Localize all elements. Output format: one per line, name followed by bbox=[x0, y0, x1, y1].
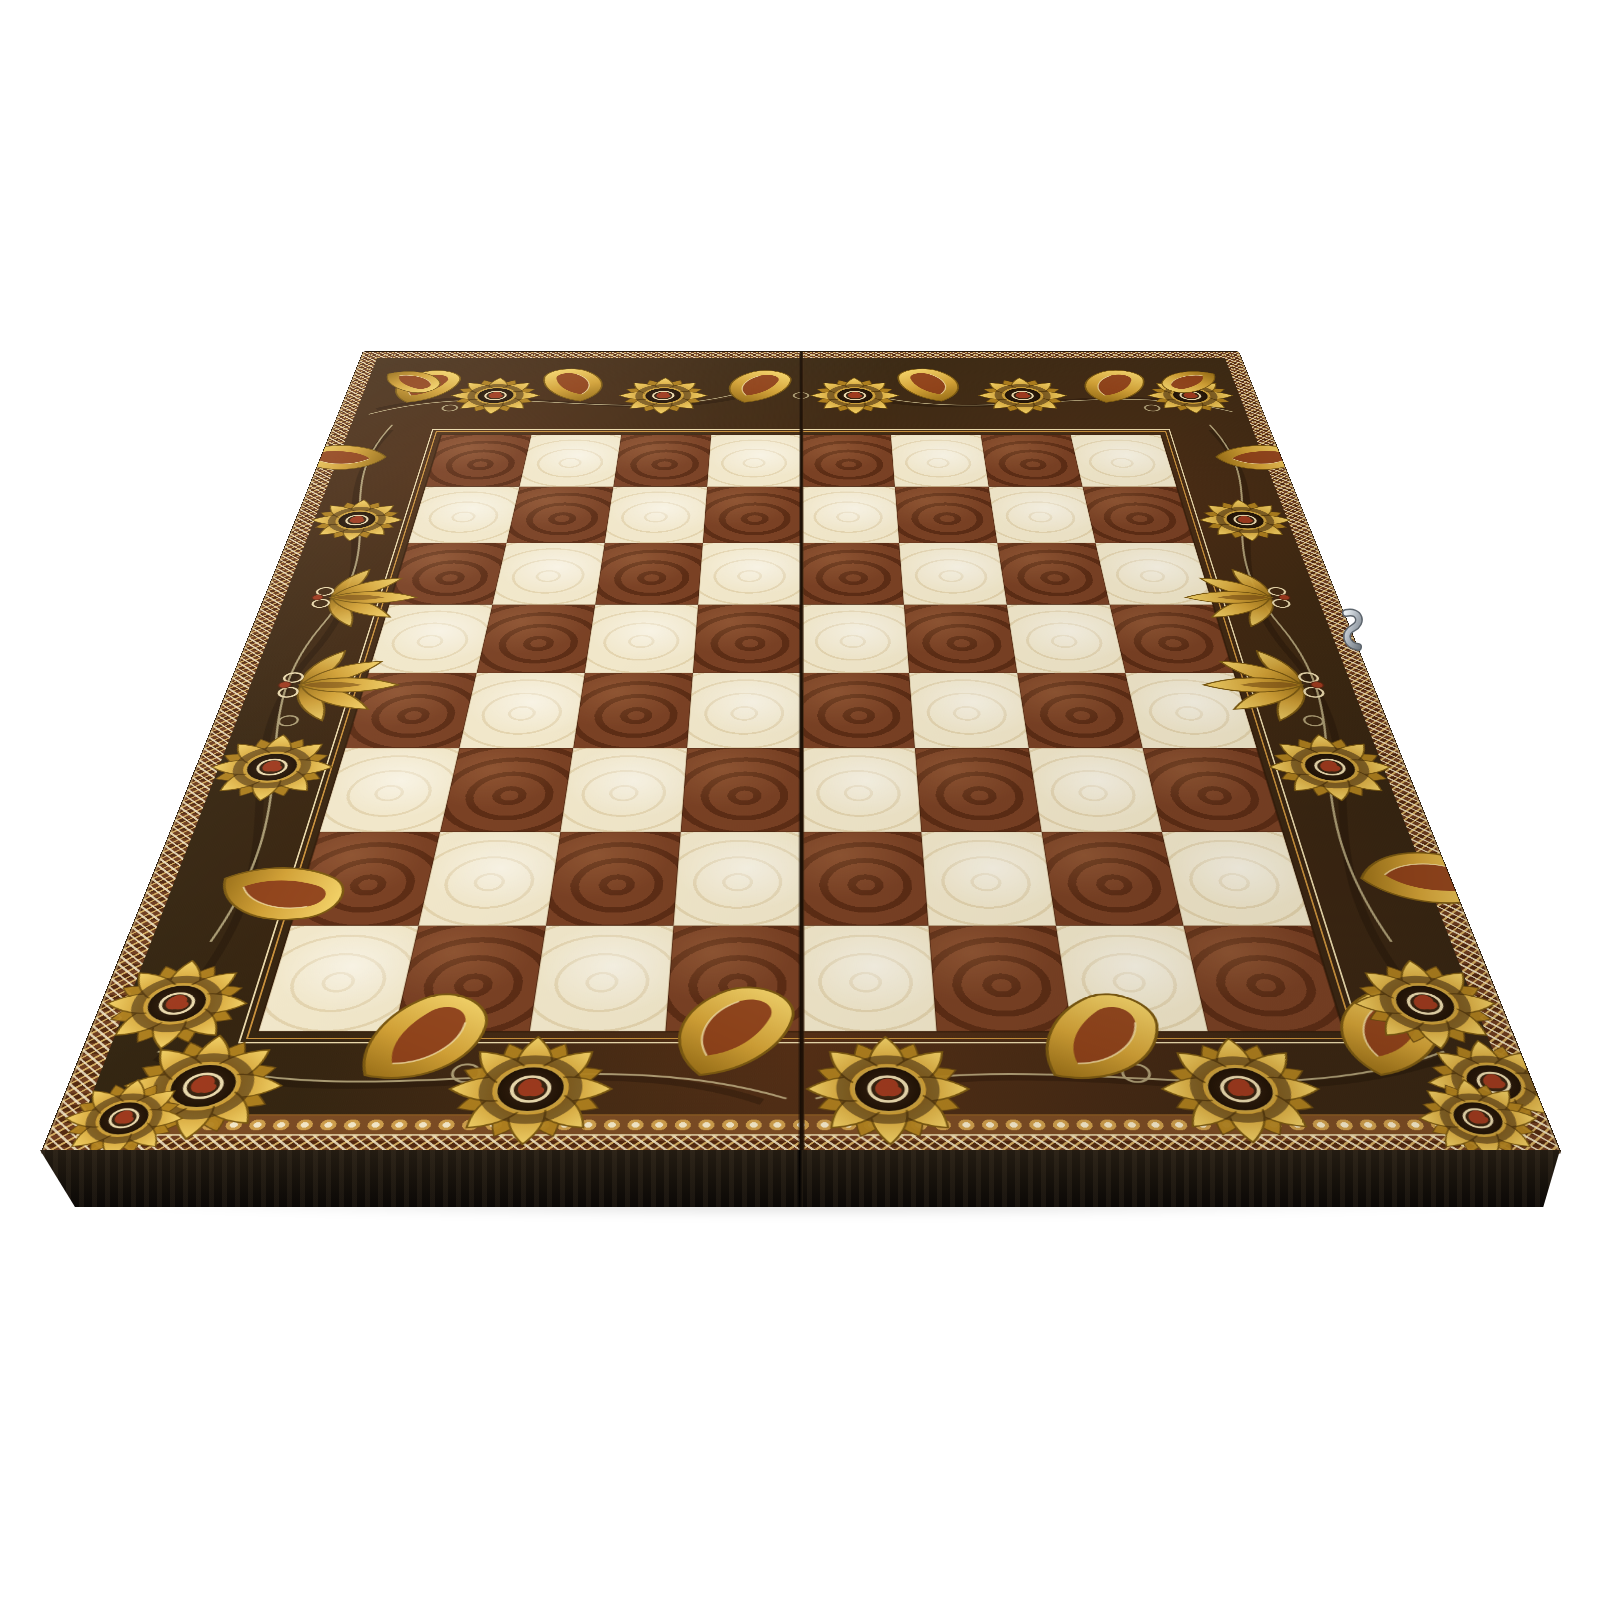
square-d6 bbox=[698, 543, 801, 605]
square-a5 bbox=[369, 605, 493, 673]
square-e3 bbox=[801, 748, 921, 832]
square-e7 bbox=[801, 487, 899, 543]
square-c4 bbox=[573, 673, 693, 748]
square-d2 bbox=[674, 832, 801, 926]
square-g4 bbox=[1017, 673, 1142, 748]
square-c8 bbox=[613, 435, 711, 487]
square-b3 bbox=[440, 748, 573, 832]
square-f3 bbox=[915, 748, 1042, 832]
square-g8 bbox=[981, 435, 1083, 487]
square-e1 bbox=[801, 926, 937, 1032]
square-e6 bbox=[801, 543, 904, 605]
square-d1 bbox=[665, 926, 801, 1032]
square-e2 bbox=[801, 832, 928, 926]
square-c7 bbox=[605, 487, 707, 543]
square-h7 bbox=[1083, 487, 1194, 543]
square-b5 bbox=[477, 605, 596, 673]
square-c1 bbox=[530, 926, 674, 1032]
square-d8 bbox=[707, 435, 801, 487]
square-b7 bbox=[507, 487, 614, 543]
square-b8 bbox=[519, 435, 621, 487]
square-c2 bbox=[546, 832, 681, 926]
square-d3 bbox=[681, 748, 801, 832]
square-f6 bbox=[899, 543, 1007, 605]
photo-background bbox=[0, 0, 1602, 1602]
square-h5 bbox=[1110, 605, 1234, 673]
square-e5 bbox=[801, 605, 909, 673]
square-b1 bbox=[394, 926, 546, 1032]
square-f2 bbox=[921, 832, 1056, 926]
square-f4 bbox=[909, 673, 1029, 748]
square-h8 bbox=[1071, 435, 1177, 487]
square-a3 bbox=[320, 748, 460, 832]
square-d7 bbox=[703, 487, 801, 543]
square-c6 bbox=[595, 543, 703, 605]
square-c3 bbox=[560, 748, 687, 832]
square-f8 bbox=[891, 435, 989, 487]
square-e4 bbox=[801, 673, 915, 748]
square-g3 bbox=[1029, 748, 1162, 832]
square-f5 bbox=[904, 605, 1017, 673]
square-b4 bbox=[459, 673, 584, 748]
square-f1 bbox=[928, 926, 1072, 1032]
square-b6 bbox=[492, 543, 604, 605]
square-a6 bbox=[389, 543, 506, 605]
square-f7 bbox=[895, 487, 997, 543]
square-h4 bbox=[1125, 673, 1256, 748]
square-c5 bbox=[585, 605, 698, 673]
square-d5 bbox=[693, 605, 801, 673]
square-g1 bbox=[1056, 926, 1208, 1032]
board-top-face bbox=[40, 351, 1562, 1154]
square-e8 bbox=[801, 435, 895, 487]
front-fold-seam bbox=[797, 1150, 803, 1207]
square-g6 bbox=[997, 543, 1109, 605]
square-a4 bbox=[346, 673, 477, 748]
square-g7 bbox=[989, 487, 1096, 543]
square-a8 bbox=[426, 435, 532, 487]
square-g5 bbox=[1007, 605, 1126, 673]
latch-icon bbox=[1338, 608, 1366, 656]
square-d4 bbox=[687, 673, 801, 748]
square-a7 bbox=[408, 487, 519, 543]
square-h6 bbox=[1095, 543, 1212, 605]
square-g2 bbox=[1042, 832, 1184, 926]
square-b2 bbox=[419, 832, 561, 926]
front-edge-face bbox=[40, 1150, 1560, 1207]
